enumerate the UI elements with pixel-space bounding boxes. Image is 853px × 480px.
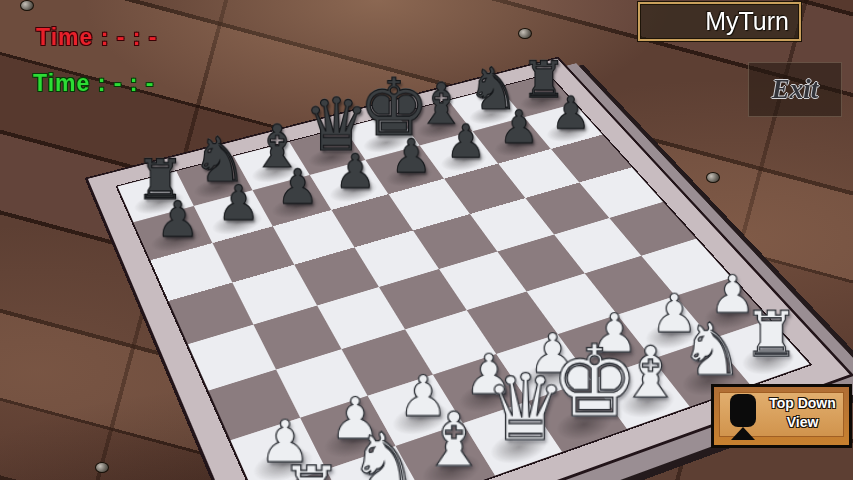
timer-red: Time : - : - <box>36 24 157 51</box>
pawn-glyph: ♟ <box>325 150 386 195</box>
rook-glyph: ♜ <box>272 459 350 480</box>
knight-glyph: ♞ <box>345 426 422 480</box>
chessboard: ♜♞♝♛♚♝♞♜♟♟♟♟♟♟♟♟♟♟♟♟♟♟♟♟♜♞♝♛♚♝♞♜ <box>115 73 812 480</box>
exit-button-label: Exit <box>772 74 819 105</box>
piece-black-pawn[interactable]: ♟ <box>134 206 213 260</box>
pawn-glyph: ♟ <box>381 135 441 179</box>
top-down-view-label: Top Down View <box>760 394 845 432</box>
pawn-glyph: ♟ <box>436 120 496 163</box>
pawn-glyph: ♟ <box>146 197 210 244</box>
pawn-glyph: ♟ <box>542 93 600 135</box>
knight-glyph: ♞ <box>676 317 747 386</box>
queen-glyph: ♛ <box>484 365 559 452</box>
square-a6[interactable] <box>151 243 233 301</box>
top-down-view-button[interactable]: Top Down View <box>711 384 852 448</box>
turn-indicator-panel: MyTurn <box>638 2 801 41</box>
square-a7[interactable]: ♟ <box>134 206 213 260</box>
exit-button[interactable]: Exit <box>748 62 842 117</box>
webcam-icon <box>730 394 756 427</box>
pawn-glyph: ♟ <box>490 106 549 149</box>
game-screen: ♜♞♝♛♚♝♞♜♟♟♟♟♟♟♟♟♟♟♟♟♟♟♟♟♜♞♝♛♚♝♞♜ Time : … <box>0 0 853 480</box>
pawn-glyph: ♟ <box>207 181 270 227</box>
square-d4[interactable] <box>379 269 467 329</box>
bishop-glyph: ♝ <box>416 405 492 476</box>
pawn-glyph: ♟ <box>267 165 329 210</box>
turn-indicator-label: MyTurn <box>705 7 789 36</box>
timer-green: Time : - : - <box>33 70 154 97</box>
